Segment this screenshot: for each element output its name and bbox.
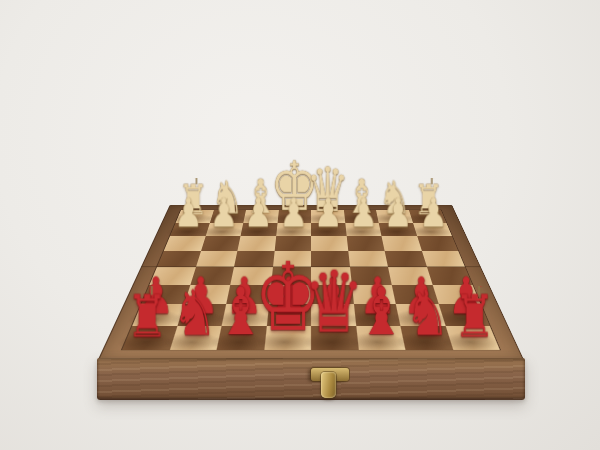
piece-red-rook-a8[interactable]: ♜ [445, 326, 500, 350]
box-front-face [97, 358, 525, 400]
brass-latch[interactable] [308, 366, 352, 406]
white-pawn-glyph: ♟ [174, 193, 203, 233]
white-pawn-glyph: ♟ [419, 193, 448, 233]
rook-flag-icon [151, 277, 153, 295]
red-rook-glyph: ♜ [127, 287, 169, 345]
rook-flag-icon [196, 171, 197, 184]
red-rook-glyph: ♜ [454, 287, 496, 345]
photo-backdrop: Overhead-angle photo of a folding wooden… [0, 0, 600, 450]
red-knight-glyph: ♞ [172, 282, 217, 345]
piece-red-bishop-c8[interactable]: ♝ [356, 326, 406, 350]
white-pawn-glyph: ♟ [384, 193, 413, 233]
rook-flag-icon [478, 277, 480, 295]
piece-red-knight-b8[interactable]: ♞ [400, 326, 452, 350]
piece-red-knight-g8[interactable]: ♞ [169, 326, 221, 350]
red-knight-glyph: ♞ [405, 282, 450, 345]
piece-white-pawn-a2[interactable]: ♟ [412, 223, 452, 237]
pieces-layer: ♜♞♝♚♛♝♞♜♟♟♟♟♟♟♟♟♟♟♟♟♟♟♟♟♜♞♝♚♛♝♞♜ [122, 210, 500, 350]
latch-pendant-icon [321, 372, 336, 398]
piece-red-queen-d8[interactable]: ♛ [311, 326, 358, 350]
chess-board: ♜♞♝♚♛♝♞♜♟♟♟♟♟♟♟♟♟♟♟♟♟♟♟♟♜♞♝♚♛♝♞♜ [98, 205, 525, 361]
red-queen-glyph: ♛ [304, 260, 365, 345]
white-pawn-glyph: ♟ [279, 193, 308, 233]
rook-flag-icon [431, 171, 432, 184]
white-pawn-glyph: ♟ [349, 193, 378, 233]
white-pawn-glyph: ♟ [244, 193, 273, 233]
white-pawn-glyph: ♟ [209, 193, 238, 233]
white-pawn-glyph: ♟ [314, 193, 343, 233]
red-bishop-glyph: ♝ [358, 279, 405, 344]
